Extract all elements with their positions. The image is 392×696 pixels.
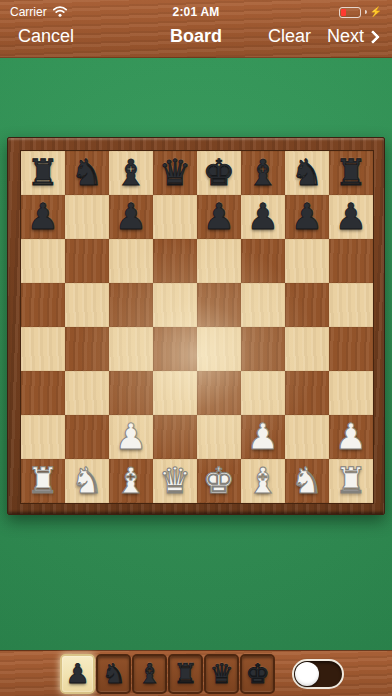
status-bar: Carrier 2:01 AM ⚡ [0,0,392,22]
piece-white-bishop: ♝ [115,463,147,499]
square-a7[interactable]: ♟ [21,195,65,239]
bishop-icon: ♝ [137,660,161,687]
square-g2[interactable] [285,415,329,459]
square-a2[interactable] [21,415,65,459]
battery-tip [365,10,367,14]
piece-black-rook: ♜ [335,155,367,191]
square-a4[interactable] [21,327,65,371]
chevron-right-icon [366,30,380,44]
square-h5[interactable] [329,283,373,327]
tray-button-queen[interactable]: ♛ [204,654,239,694]
bottom-toolbar: ♟♞♝♜♛♚ [0,650,392,696]
next-button[interactable]: Next [327,26,378,47]
piece-black-pawn: ♟ [115,199,147,235]
square-e6[interactable] [197,239,241,283]
square-g4[interactable] [285,327,329,371]
square-g3[interactable] [285,371,329,415]
square-g8[interactable]: ♞ [285,151,329,195]
screen: Carrier 2:01 AM ⚡ Cancel Board [0,0,392,696]
piece-white-king: ♚ [203,463,235,499]
header: Carrier 2:01 AM ⚡ Cancel Board [0,0,392,58]
square-c4[interactable] [109,327,153,371]
square-a1[interactable]: ♜ [21,459,65,503]
square-f3[interactable] [241,371,285,415]
piece-white-knight: ♞ [291,463,323,499]
square-d5[interactable] [153,283,197,327]
square-h3[interactable] [329,371,373,415]
square-b6[interactable] [65,239,109,283]
piece-white-rook: ♜ [335,463,367,499]
square-e8[interactable]: ♚ [197,151,241,195]
square-e5[interactable] [197,283,241,327]
clear-button[interactable]: Clear [268,26,311,47]
square-f7[interactable]: ♟ [241,195,285,239]
queen-icon: ♛ [209,660,233,687]
nav-bar: Cancel Board Clear Next [0,22,392,58]
next-label: Next [327,26,364,47]
square-b8[interactable]: ♞ [65,151,109,195]
square-a3[interactable] [21,371,65,415]
tray-button-king[interactable]: ♚ [240,654,275,694]
wifi-icon [52,5,68,20]
square-e2[interactable] [197,415,241,459]
rook-icon: ♜ [173,660,197,687]
square-d1[interactable]: ♛ [153,459,197,503]
table-felt: ♜♞♝♛♚♝♞♜♟♟♟♟♟♟♟♟♟♜♞♝♛♚♝♞♜ [0,58,392,650]
square-c1[interactable]: ♝ [109,459,153,503]
square-b1[interactable]: ♞ [65,459,109,503]
tray-button-knight[interactable]: ♞ [96,654,131,694]
charging-bolt-icon: ⚡ [370,7,382,17]
toggle-knob [295,662,319,686]
piece-black-bishop: ♝ [115,155,147,191]
chess-board: ♜♞♝♛♚♝♞♜♟♟♟♟♟♟♟♟♟♜♞♝♛♚♝♞♜ [21,151,373,503]
square-b7[interactable] [65,195,109,239]
piece-white-pawn: ♟ [247,419,279,455]
piece-black-pawn: ♟ [335,199,367,235]
pawn-icon: ♟ [65,660,89,687]
square-d6[interactable] [153,239,197,283]
chess-board-frame: ♜♞♝♛♚♝♞♜♟♟♟♟♟♟♟♟♟♜♞♝♛♚♝♞♜ [7,137,385,515]
piece-black-queen: ♛ [159,155,191,191]
square-f2[interactable]: ♟ [241,415,285,459]
piece-tray: ♟♞♝♜♛♚ [60,654,275,694]
square-b4[interactable] [65,327,109,371]
piece-white-rook: ♜ [27,463,59,499]
square-f5[interactable] [241,283,285,327]
king-icon: ♚ [245,660,269,687]
square-a8[interactable]: ♜ [21,151,65,195]
square-f6[interactable] [241,239,285,283]
square-f1[interactable]: ♝ [241,459,285,503]
square-h7[interactable]: ♟ [329,195,373,239]
tray-button-rook[interactable]: ♜ [168,654,203,694]
battery-icon [339,7,361,18]
square-c7[interactable]: ♟ [109,195,153,239]
square-b2[interactable] [65,415,109,459]
piece-black-pawn: ♟ [27,199,59,235]
square-h6[interactable] [329,239,373,283]
status-left: Carrier [10,5,68,20]
square-b3[interactable] [65,371,109,415]
square-f8[interactable]: ♝ [241,151,285,195]
square-d2[interactable] [153,415,197,459]
square-h8[interactable]: ♜ [329,151,373,195]
square-e1[interactable]: ♚ [197,459,241,503]
piece-color-toggle[interactable] [292,659,344,689]
square-d3[interactable] [153,371,197,415]
square-b5[interactable] [65,283,109,327]
tray-button-pawn[interactable]: ♟ [60,654,95,694]
square-h1[interactable]: ♜ [329,459,373,503]
square-d8[interactable]: ♛ [153,151,197,195]
knight-icon: ♞ [101,660,125,687]
square-d7[interactable] [153,195,197,239]
square-c5[interactable] [109,283,153,327]
cancel-button[interactable]: Cancel [18,26,74,47]
square-g5[interactable] [285,283,329,327]
square-e7[interactable]: ♟ [197,195,241,239]
piece-white-knight: ♞ [71,463,103,499]
tray-button-bishop[interactable]: ♝ [132,654,167,694]
square-h2[interactable]: ♟ [329,415,373,459]
piece-black-pawn: ♟ [247,199,279,235]
square-e3[interactable] [197,371,241,415]
piece-black-king: ♚ [203,155,235,191]
piece-white-queen: ♛ [159,463,191,499]
piece-black-pawn: ♟ [291,199,323,235]
piece-white-pawn: ♟ [335,419,367,455]
clock: 2:01 AM [173,5,220,19]
board-grid: ♜♞♝♛♚♝♞♜♟♟♟♟♟♟♟♟♟♜♞♝♛♚♝♞♜ [21,151,373,503]
square-c6[interactable] [109,239,153,283]
square-c3[interactable] [109,371,153,415]
page-title: Board [170,26,222,47]
square-d4[interactable] [153,327,197,371]
piece-black-knight: ♞ [291,155,323,191]
status-right: ⚡ [339,7,382,18]
nav-right: Clear Next [268,26,378,47]
piece-black-knight: ♞ [71,155,103,191]
piece-white-bishop: ♝ [247,463,279,499]
piece-white-pawn: ♟ [115,419,147,455]
piece-black-bishop: ♝ [247,155,279,191]
square-c2[interactable]: ♟ [109,415,153,459]
square-a5[interactable] [21,283,65,327]
square-f4[interactable] [241,327,285,371]
square-c8[interactable]: ♝ [109,151,153,195]
carrier-label: Carrier [10,5,47,19]
piece-black-rook: ♜ [27,155,59,191]
piece-black-pawn: ♟ [203,199,235,235]
battery-fill [341,9,346,16]
square-g7[interactable]: ♟ [285,195,329,239]
square-h4[interactable] [329,327,373,371]
square-g1[interactable]: ♞ [285,459,329,503]
square-e4[interactable] [197,327,241,371]
square-g6[interactable] [285,239,329,283]
square-a6[interactable] [21,239,65,283]
